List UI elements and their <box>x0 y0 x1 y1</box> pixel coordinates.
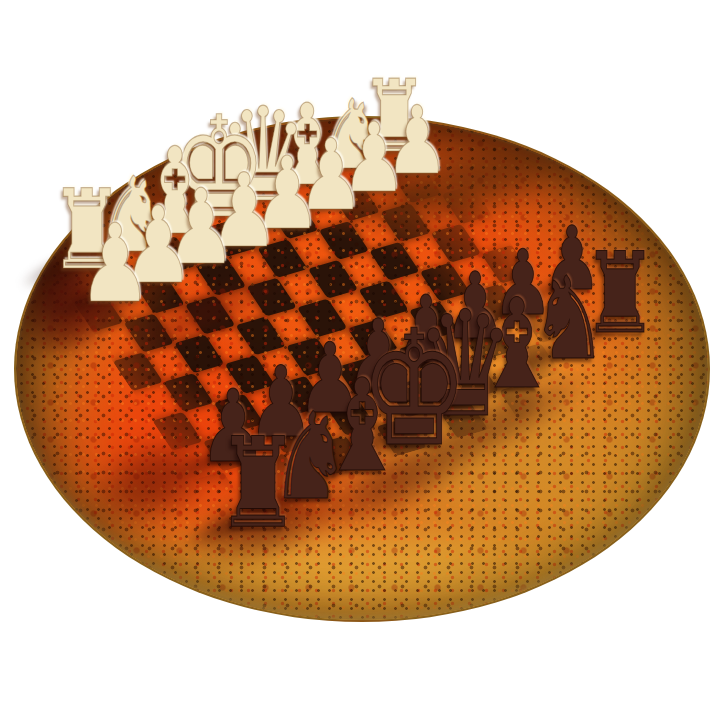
pieces-layer: ♜♞♟♝♟♛♟♚♟♝♟♞♟♜♟♟♟♟♜♟♞♟♟♝♟♛♟♚♟♝♞♜ <box>0 0 720 720</box>
photo-stage: ♜♞♟♝♟♛♟♚♟♝♟♞♟♜♟♟♟♟♜♟♞♟♟♝♟♛♟♚♟♝♞♜ <box>0 0 720 720</box>
black-rook[interactable]: ♜ <box>216 428 300 540</box>
white-pawn[interactable]: ♟ <box>78 215 152 312</box>
